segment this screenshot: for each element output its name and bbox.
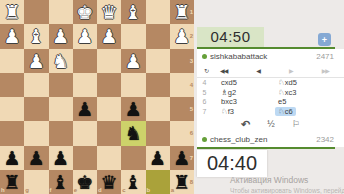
move-cell[interactable]: ♘xd5 — [269, 78, 344, 87]
move-number: 4 — [197, 79, 212, 86]
player-rating: 2342 — [316, 135, 334, 144]
next-move-button[interactable]: ▶ — [289, 67, 293, 74]
black-knight: ♞ — [121, 121, 145, 145]
square-g8[interactable]: g — [24, 170, 48, 194]
move-list: 4cxd5♘xd55♗g2♘xc36bxc3e57♘f3♘c6 — [197, 78, 344, 116]
square-b2[interactable] — [146, 24, 170, 48]
square-h1[interactable]: ♜ — [0, 0, 24, 24]
square-f1[interactable] — [49, 0, 73, 24]
move-row: 7♘f3♘c6 — [197, 107, 344, 117]
square-c8[interactable]: ♝c — [121, 170, 145, 194]
move-cell[interactable]: e5 — [269, 97, 344, 106]
white-pawn: ♟ — [49, 24, 73, 48]
file-label: e — [74, 187, 77, 193]
square-d8[interactable]: ♛d — [97, 170, 121, 194]
white-pawn: ♟ — [24, 49, 48, 73]
prev-move-button[interactable]: ◀ — [256, 67, 260, 74]
square-c4[interactable] — [121, 73, 145, 97]
square-d1[interactable]: ♛ — [97, 0, 121, 24]
black-pawn: ♟ — [24, 146, 48, 170]
square-c7[interactable] — [121, 146, 145, 170]
watermark-subtitle: Чтобы активировать Windows, перейдите в — [230, 187, 344, 194]
file-label: d — [98, 187, 102, 193]
watermark-title: Активация Windows — [230, 175, 344, 185]
square-h6[interactable] — [0, 121, 24, 145]
black-pawn: ♟ — [73, 97, 97, 121]
square-h2[interactable]: ♟ — [0, 24, 24, 48]
square-e3[interactable] — [73, 49, 97, 73]
square-g1[interactable] — [24, 0, 48, 24]
online-dot — [202, 54, 207, 59]
square-g6[interactable] — [24, 121, 48, 145]
square-f5[interactable] — [49, 97, 73, 121]
resign-flag-icon[interactable]: ⚐ — [292, 116, 300, 132]
game-panel: 04:50 + sishkababattack 2471 ↻ ◀◀ ◀ ▶ ▶▶… — [194, 0, 344, 194]
rank-label: 2 — [190, 33, 193, 39]
move-cell[interactable]: bxc3 — [212, 97, 269, 106]
move-nav-bar: ↻ ◀◀ ◀ ▶ ▶▶ — [197, 63, 344, 78]
rank-label: 1 — [190, 9, 193, 15]
square-a5[interactable]: 5 — [170, 97, 194, 121]
white-rook: ♜ — [0, 0, 24, 24]
square-g3[interactable]: ♟ — [24, 49, 48, 73]
rank-label: 8 — [190, 179, 193, 185]
flip-board-icon[interactable]: ↻ — [204, 67, 208, 74]
accent-divider-bottom — [197, 147, 335, 149]
file-label: h — [1, 187, 5, 193]
file-label: g — [25, 187, 29, 193]
square-e8[interactable]: ♚e — [73, 170, 97, 194]
player-row: chess_club_zen 2342 — [197, 132, 344, 147]
square-c3[interactable]: ♟ — [121, 49, 145, 73]
square-d4[interactable] — [97, 73, 121, 97]
rank-label: 4 — [190, 82, 193, 88]
square-b4[interactable] — [146, 73, 170, 97]
white-knight: ♞ — [49, 49, 73, 73]
square-c2[interactable] — [121, 24, 145, 48]
white-bishop: ♝ — [24, 24, 48, 48]
square-f2[interactable]: ♟ — [49, 24, 73, 48]
square-h3[interactable] — [0, 49, 24, 73]
move-number: 5 — [197, 89, 212, 96]
square-f6[interactable] — [49, 121, 73, 145]
file-label: c — [122, 187, 125, 193]
square-b8[interactable]: b — [146, 170, 170, 194]
rank-label: 3 — [190, 58, 193, 64]
file-label: f — [50, 187, 52, 193]
move-row: 6bxc3e5 — [197, 97, 344, 107]
takeback-icon[interactable]: ↶ — [241, 116, 250, 132]
rank-label: 5 — [190, 106, 193, 112]
move-number: 6 — [197, 98, 212, 105]
square-g2[interactable]: ♝ — [24, 24, 48, 48]
opponent-rating: 2471 — [316, 52, 334, 61]
windows-activation-watermark: Активация Windows Чтобы активировать Win… — [230, 175, 344, 194]
white-queen: ♛ — [97, 0, 121, 24]
move-cell[interactable]: ♗g2 — [212, 88, 269, 97]
move-cell[interactable]: cxd5 — [212, 78, 269, 87]
player-clock: 04:40 — [197, 150, 267, 177]
first-move-button[interactable]: ◀◀ — [220, 67, 227, 74]
move-row: 5♗g2♘xc3 — [197, 88, 344, 98]
square-e2[interactable]: ♟ — [73, 24, 97, 48]
move-cell[interactable]: ♘xc3 — [269, 88, 344, 97]
square-g5[interactable] — [24, 97, 48, 121]
square-f4[interactable] — [49, 73, 73, 97]
last-move-button[interactable]: ▶▶ — [322, 67, 329, 74]
square-h4[interactable] — [0, 73, 24, 97]
black-pawn: ♟ — [0, 146, 24, 170]
opponent-name[interactable]: sishkababattack — [210, 52, 267, 61]
square-b6[interactable] — [146, 121, 170, 145]
square-e5[interactable]: ♟ — [73, 97, 97, 121]
move-row: 4cxd5♘xd5 — [197, 78, 344, 88]
player-name[interactable]: chess_club_zen — [210, 135, 267, 144]
square-e7[interactable] — [73, 146, 97, 170]
square-g4[interactable] — [24, 73, 48, 97]
white-pawn: ♟ — [0, 24, 24, 48]
square-g7[interactable]: ♟ — [24, 146, 48, 170]
square-f7[interactable]: ♟ — [49, 146, 73, 170]
square-a7[interactable]: ♟7 — [170, 146, 194, 170]
square-d5[interactable] — [97, 97, 121, 121]
white-bishop: ♝ — [121, 0, 145, 24]
black-pawn: ♟ — [49, 146, 73, 170]
square-b7[interactable]: ♟ — [146, 146, 170, 170]
square-h5[interactable] — [0, 97, 24, 121]
rank-label: 7 — [190, 155, 193, 161]
black-bishop: ♝ — [49, 170, 73, 194]
white-pawn: ♟ — [73, 24, 97, 48]
square-d7[interactable] — [97, 146, 121, 170]
square-a6[interactable]: 6 — [170, 121, 194, 145]
square-h8[interactable]: ♜h — [0, 170, 24, 194]
offer-draw-button[interactable]: ½ — [267, 116, 275, 132]
square-a8[interactable]: ♜8a — [170, 170, 194, 194]
rank-label: 6 — [190, 130, 193, 136]
moves-card: sishkababattack 2471 ↻ ◀◀ ◀ ▶ ▶▶ 4cxd5♘x… — [197, 49, 344, 147]
online-dot — [202, 137, 207, 142]
move-cell[interactable]: ♘f3 — [212, 107, 269, 116]
square-b5[interactable] — [146, 97, 170, 121]
square-b1[interactable] — [146, 0, 170, 24]
square-a3[interactable]: 3 — [170, 49, 194, 73]
square-b3[interactable] — [146, 49, 170, 73]
file-label: a — [171, 187, 174, 193]
file-label: b — [147, 187, 151, 193]
square-c6[interactable]: ♞ — [121, 121, 145, 145]
square-e6[interactable] — [73, 121, 97, 145]
square-f3[interactable]: ♞ — [49, 49, 73, 73]
square-a2[interactable]: ♟2 — [170, 24, 194, 48]
square-d2[interactable]: ♟ — [97, 24, 121, 48]
black-pawn: ♟ — [146, 146, 170, 170]
white-pawn: ♟ — [97, 24, 121, 48]
white-king: ♚ — [73, 0, 97, 24]
square-e4[interactable] — [73, 73, 97, 97]
square-f8[interactable]: ♝f — [49, 170, 73, 194]
black-pawn: ♟ — [121, 97, 145, 121]
move-cell[interactable]: ♘c6 — [269, 107, 344, 116]
chess-board[interactable]: ♜♚♛♝♜1♟♝♟♟♟♟2♟♞♟34♟♟5♞6♟♟♟♟♟7♜hg♝f♚e♛d♝c… — [0, 0, 194, 194]
game-actions: ↶ ½ ⚐ — [197, 116, 344, 132]
square-c1[interactable]: ♝ — [121, 0, 145, 24]
square-d3[interactable] — [97, 49, 121, 73]
opponent-row: sishkababattack 2471 — [197, 49, 344, 63]
give-time-button[interactable]: + — [318, 33, 331, 46]
square-a4[interactable]: 4 — [170, 73, 194, 97]
square-a1[interactable]: ♜1 — [170, 0, 194, 24]
white-pawn: ♟ — [121, 49, 145, 73]
opponent-clock: 04:50 — [197, 27, 264, 47]
square-h7[interactable]: ♟ — [0, 146, 24, 170]
square-e1[interactable]: ♚ — [73, 0, 97, 24]
square-d6[interactable] — [97, 121, 121, 145]
square-c5[interactable]: ♟ — [121, 97, 145, 121]
move-number: 7 — [197, 108, 212, 115]
